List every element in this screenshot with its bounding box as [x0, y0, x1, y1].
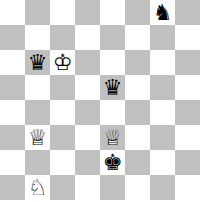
square-a6[interactable]: [0, 50, 25, 75]
square-f4[interactable]: [125, 100, 150, 125]
square-d7[interactable]: [75, 25, 100, 50]
piece-glyph-outline: ♔: [50, 50, 75, 75]
square-h5[interactable]: [175, 75, 200, 100]
square-a8[interactable]: [0, 0, 25, 25]
square-c4[interactable]: [50, 100, 75, 125]
square-f1[interactable]: [125, 175, 150, 200]
square-c1[interactable]: [50, 175, 75, 200]
square-a5[interactable]: [0, 75, 25, 100]
square-d1[interactable]: [75, 175, 100, 200]
square-g3[interactable]: [150, 125, 175, 150]
square-d5[interactable]: [75, 75, 100, 100]
white-queen[interactable]: ♛♕: [100, 125, 125, 150]
square-f3[interactable]: [125, 125, 150, 150]
square-c5[interactable]: [50, 75, 75, 100]
white-queen[interactable]: ♛♕: [25, 125, 50, 150]
square-h1[interactable]: [175, 175, 200, 200]
square-h7[interactable]: [175, 25, 200, 50]
square-e1[interactable]: [100, 175, 125, 200]
piece-glyph-outline: ♕: [25, 125, 50, 150]
square-a3[interactable]: [0, 125, 25, 150]
square-e6[interactable]: [100, 50, 125, 75]
square-c8[interactable]: [50, 0, 75, 25]
square-e5[interactable]: ♛: [100, 75, 125, 100]
square-h3[interactable]: [175, 125, 200, 150]
square-a1[interactable]: [0, 175, 25, 200]
square-g2[interactable]: [150, 150, 175, 175]
square-f2[interactable]: [125, 150, 150, 175]
square-e4[interactable]: [100, 100, 125, 125]
square-f5[interactable]: [125, 75, 150, 100]
square-b8[interactable]: [25, 0, 50, 25]
black-queen[interactable]: ♛: [25, 50, 50, 75]
square-g5[interactable]: [150, 75, 175, 100]
piece-glyph-outline: ♘: [25, 175, 50, 200]
square-e2[interactable]: ♚: [100, 150, 125, 175]
square-g7[interactable]: [150, 25, 175, 50]
square-f6[interactable]: [125, 50, 150, 75]
square-d6[interactable]: [75, 50, 100, 75]
square-e3[interactable]: ♛♕: [100, 125, 125, 150]
square-c2[interactable]: [50, 150, 75, 175]
square-a4[interactable]: [0, 100, 25, 125]
square-c6[interactable]: ♚♔: [50, 50, 75, 75]
square-d8[interactable]: [75, 0, 100, 25]
square-b3[interactable]: ♛♕: [25, 125, 50, 150]
black-king[interactable]: ♚: [100, 150, 125, 175]
square-g4[interactable]: [150, 100, 175, 125]
square-d4[interactable]: [75, 100, 100, 125]
white-knight[interactable]: ♞♘: [25, 175, 50, 200]
square-h4[interactable]: [175, 100, 200, 125]
square-h2[interactable]: [175, 150, 200, 175]
square-b4[interactable]: [25, 100, 50, 125]
square-b7[interactable]: [25, 25, 50, 50]
square-d2[interactable]: [75, 150, 100, 175]
square-e7[interactable]: [100, 25, 125, 50]
square-b5[interactable]: [25, 75, 50, 100]
square-b2[interactable]: [25, 150, 50, 175]
square-e8[interactable]: [100, 0, 125, 25]
square-g1[interactable]: [150, 175, 175, 200]
square-a2[interactable]: [0, 150, 25, 175]
chess-board: ♞♛♚♔♛♛♕♛♕♚♞♘: [0, 0, 200, 200]
square-c3[interactable]: [50, 125, 75, 150]
square-f7[interactable]: [125, 25, 150, 50]
square-h8[interactable]: [175, 0, 200, 25]
square-c7[interactable]: [50, 25, 75, 50]
piece-glyph-outline: ♕: [100, 125, 125, 150]
white-king[interactable]: ♚♔: [50, 50, 75, 75]
square-h6[interactable]: [175, 50, 200, 75]
black-knight[interactable]: ♞: [150, 0, 175, 25]
square-g6[interactable]: [150, 50, 175, 75]
square-g8[interactable]: ♞: [150, 0, 175, 25]
square-a7[interactable]: [0, 25, 25, 50]
black-queen[interactable]: ♛: [100, 75, 125, 100]
square-b6[interactable]: ♛: [25, 50, 50, 75]
square-d3[interactable]: [75, 125, 100, 150]
square-f8[interactable]: [125, 0, 150, 25]
square-b1[interactable]: ♞♘: [25, 175, 50, 200]
